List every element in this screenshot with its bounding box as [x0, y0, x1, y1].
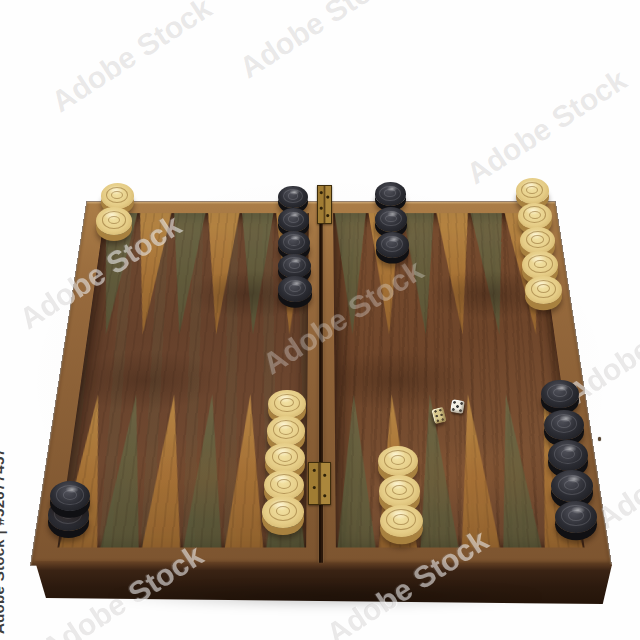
- point-left-bottom-2[interactable]: [99, 394, 155, 547]
- yellow-checker[interactable]: [265, 443, 305, 473]
- yellow-checker[interactable]: [96, 207, 132, 234]
- point-left-bottom-5[interactable]: [223, 394, 269, 547]
- brass-hinge-top: [317, 185, 332, 224]
- yellow-checker[interactable]: [378, 446, 418, 476]
- yellow-checker[interactable]: [380, 505, 423, 538]
- watermark-id-sidebar: Adobe Stock | #52677457: [0, 448, 7, 634]
- black-checker[interactable]: [50, 481, 90, 511]
- point-left-top-5[interactable]: [234, 213, 274, 334]
- black-checker[interactable]: [278, 254, 310, 279]
- point-right-bottom-5[interactable]: [487, 394, 543, 547]
- yellow-checker[interactable]: [262, 496, 303, 527]
- yellow-checker[interactable]: [520, 227, 555, 254]
- die-white[interactable]: [450, 399, 465, 414]
- yellow-checker[interactable]: [525, 276, 562, 304]
- rail-nail: [598, 437, 601, 441]
- black-checker[interactable]: [548, 440, 588, 471]
- black-checker[interactable]: [278, 208, 309, 231]
- point-right-top-1[interactable]: [333, 213, 371, 334]
- yellow-checker[interactable]: [516, 178, 549, 203]
- point-right-bottom-4[interactable]: [449, 394, 502, 547]
- watermark-tile: Adobe Stock: [46, 0, 218, 119]
- black-checker[interactable]: [375, 182, 406, 206]
- black-checker[interactable]: [376, 232, 409, 257]
- black-checker[interactable]: [278, 231, 310, 255]
- point-right-top-4[interactable]: [435, 213, 481, 334]
- watermark-tile: Adobe Stock: [461, 63, 633, 191]
- black-checker[interactable]: [375, 207, 407, 231]
- yellow-checker[interactable]: [522, 251, 558, 278]
- black-checker[interactable]: [278, 186, 308, 209]
- point-left-top-3[interactable]: [161, 213, 207, 334]
- black-checker[interactable]: [544, 410, 583, 440]
- brass-hinge-bottom: [308, 462, 331, 505]
- point-right-bottom-1[interactable]: [335, 394, 378, 547]
- point-left-bottom-4[interactable]: [182, 394, 231, 547]
- stock-photo-scene: Adobe Stock Adobe Stock Adobe Stock Adob…: [0, 0, 640, 640]
- black-checker[interactable]: [278, 276, 311, 301]
- point-right-top-3[interactable]: [401, 213, 444, 334]
- black-checker[interactable]: [541, 380, 579, 409]
- yellow-checker[interactable]: [267, 416, 306, 445]
- point-left-bottom-3[interactable]: [140, 394, 193, 547]
- cast-shadow: [28, 586, 622, 616]
- black-checker[interactable]: [555, 501, 598, 534]
- yellow-checker[interactable]: [518, 203, 552, 229]
- yellow-checker[interactable]: [101, 183, 134, 208]
- yellow-checker[interactable]: [268, 390, 306, 419]
- yellow-checker[interactable]: [379, 475, 421, 507]
- watermark-tile: Adobe Stock: [234, 0, 406, 85]
- black-checker[interactable]: [551, 470, 593, 502]
- point-left-top-4[interactable]: [198, 213, 241, 334]
